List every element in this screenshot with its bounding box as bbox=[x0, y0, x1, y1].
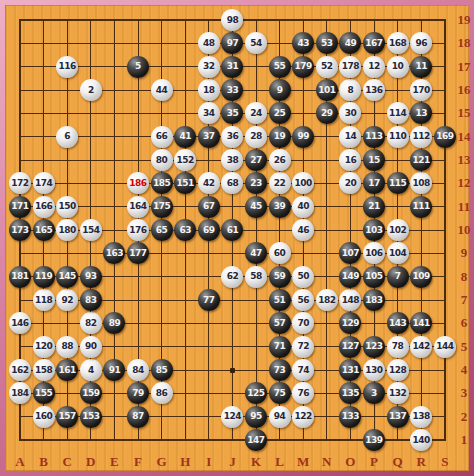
stone-white-B11[interactable]: 166 bbox=[33, 196, 55, 218]
move-number-label: 152 bbox=[177, 156, 194, 165]
stone-white-R12[interactable]: 108 bbox=[410, 172, 432, 194]
stone-black-G4[interactable]: 85 bbox=[151, 359, 173, 381]
col-label-C: C bbox=[58, 454, 76, 470]
stone-white-B4[interactable]: 158 bbox=[33, 359, 55, 381]
stone-white-M3[interactable]: 76 bbox=[292, 382, 314, 404]
stone-white-J14[interactable]: 36 bbox=[221, 126, 243, 148]
stone-black-F9[interactable]: 177 bbox=[127, 242, 149, 264]
stone-white-P17[interactable]: 12 bbox=[363, 56, 385, 78]
row-label-15: 15 bbox=[455, 105, 473, 121]
stone-black-K9[interactable]: 47 bbox=[245, 242, 267, 264]
stone-white-B7[interactable]: 118 bbox=[33, 289, 55, 311]
stone-black-F17[interactable]: 5 bbox=[127, 56, 149, 78]
move-number-label: 160 bbox=[35, 412, 52, 421]
stone-white-Q17[interactable]: 10 bbox=[387, 56, 409, 78]
col-label-O: O bbox=[341, 454, 359, 470]
move-number-label: 74 bbox=[297, 366, 309, 375]
move-number-label: 170 bbox=[413, 86, 430, 95]
move-number-label: 4 bbox=[88, 366, 94, 375]
move-number-label: 144 bbox=[436, 342, 453, 351]
row-label-5: 5 bbox=[455, 339, 473, 355]
move-number-label: 124 bbox=[224, 412, 241, 421]
stone-black-G12[interactable]: 185 bbox=[151, 172, 173, 194]
stone-white-I18[interactable]: 48 bbox=[198, 32, 220, 54]
go-board[interactable]: 2345678910111213141516171819202122232425… bbox=[5, 5, 469, 471]
stone-black-K13[interactable]: 27 bbox=[245, 149, 267, 171]
move-number-label: 115 bbox=[389, 179, 406, 188]
stone-white-K8[interactable]: 58 bbox=[245, 266, 267, 288]
stone-white-J12[interactable]: 68 bbox=[221, 172, 243, 194]
stone-white-J2[interactable]: 124 bbox=[221, 406, 243, 428]
stone-black-F3[interactable]: 79 bbox=[127, 382, 149, 404]
move-number-label: 12 bbox=[368, 62, 380, 71]
move-number-label: 57 bbox=[274, 319, 286, 328]
stone-black-P12[interactable]: 17 bbox=[363, 172, 385, 194]
stone-black-Q12[interactable]: 115 bbox=[387, 172, 409, 194]
move-number-label: 32 bbox=[203, 62, 215, 71]
stone-white-R16[interactable]: 170 bbox=[410, 79, 432, 101]
row-label-11: 11 bbox=[455, 199, 473, 215]
stone-white-J13[interactable]: 38 bbox=[221, 149, 243, 171]
move-number-label: 106 bbox=[365, 249, 382, 258]
move-number-label: 37 bbox=[203, 132, 215, 141]
stone-black-N16[interactable]: 101 bbox=[316, 79, 338, 101]
stone-white-C10[interactable]: 180 bbox=[56, 219, 78, 241]
stone-black-O4[interactable]: 131 bbox=[339, 359, 361, 381]
stone-white-O13[interactable]: 16 bbox=[339, 149, 361, 171]
move-number-label: 5 bbox=[135, 62, 141, 71]
stone-black-M14[interactable]: 99 bbox=[292, 126, 314, 148]
stone-white-D4[interactable]: 4 bbox=[80, 359, 102, 381]
stone-black-P13[interactable]: 15 bbox=[363, 149, 385, 171]
move-number-label: 127 bbox=[342, 342, 359, 351]
stone-white-F11[interactable]: 164 bbox=[127, 196, 149, 218]
stone-white-N17[interactable]: 52 bbox=[316, 56, 338, 78]
stone-white-Q10[interactable]: 102 bbox=[387, 219, 409, 241]
row-label-7: 7 bbox=[455, 292, 473, 308]
stone-white-P16[interactable]: 136 bbox=[363, 79, 385, 101]
move-number-label: 82 bbox=[85, 319, 97, 328]
stone-black-R13[interactable]: 121 bbox=[410, 149, 432, 171]
move-number-label: 130 bbox=[365, 366, 382, 375]
stone-black-P14[interactable]: 113 bbox=[363, 126, 385, 148]
stone-black-O6[interactable]: 129 bbox=[339, 312, 361, 334]
stone-white-I15[interactable]: 34 bbox=[198, 102, 220, 124]
move-number-label: 105 bbox=[365, 272, 382, 281]
move-number-label: 78 bbox=[392, 342, 404, 351]
stone-white-L9[interactable]: 60 bbox=[269, 242, 291, 264]
stone-white-I16[interactable]: 18 bbox=[198, 79, 220, 101]
move-number-label: 18 bbox=[203, 86, 215, 95]
move-number-label: 149 bbox=[342, 272, 359, 281]
move-number-label: 133 bbox=[342, 412, 359, 421]
col-label-H: H bbox=[176, 454, 194, 470]
stone-black-J10[interactable]: 61 bbox=[221, 219, 243, 241]
stone-white-M8[interactable]: 50 bbox=[292, 266, 314, 288]
move-number-label: 29 bbox=[321, 109, 333, 118]
stone-white-O12[interactable]: 20 bbox=[339, 172, 361, 194]
stone-black-I10[interactable]: 69 bbox=[198, 219, 220, 241]
stone-black-P5[interactable]: 123 bbox=[363, 336, 385, 358]
stone-black-A11[interactable]: 171 bbox=[9, 196, 31, 218]
stone-white-Q4[interactable]: 128 bbox=[387, 359, 409, 381]
stone-black-Q2[interactable]: 137 bbox=[387, 406, 409, 428]
stone-white-K14[interactable]: 28 bbox=[245, 126, 267, 148]
stone-black-P10[interactable]: 103 bbox=[363, 219, 385, 241]
stone-black-L7[interactable]: 51 bbox=[269, 289, 291, 311]
stone-white-R1[interactable]: 140 bbox=[410, 429, 432, 451]
move-number-label: 163 bbox=[106, 249, 123, 258]
stone-black-K2[interactable]: 95 bbox=[245, 406, 267, 428]
move-number-label: 141 bbox=[413, 319, 430, 328]
move-number-label: 171 bbox=[11, 202, 28, 211]
stone-black-K1[interactable]: 147 bbox=[245, 429, 267, 451]
move-number-label: 91 bbox=[109, 366, 121, 375]
move-number-label: 9 bbox=[277, 86, 283, 95]
stone-white-O17[interactable]: 178 bbox=[339, 56, 361, 78]
move-number-label: 136 bbox=[365, 86, 382, 95]
move-number-label: 6 bbox=[64, 132, 70, 141]
stone-white-B2[interactable]: 160 bbox=[33, 406, 55, 428]
stone-black-O18[interactable]: 49 bbox=[339, 32, 361, 54]
stone-black-R6[interactable]: 141 bbox=[410, 312, 432, 334]
stone-black-Q6[interactable]: 143 bbox=[387, 312, 409, 334]
stone-white-Q15[interactable]: 114 bbox=[387, 102, 409, 124]
stone-white-G14[interactable]: 66 bbox=[151, 126, 173, 148]
move-number-label: 180 bbox=[59, 226, 76, 235]
row-label-19: 19 bbox=[455, 12, 473, 28]
stone-white-P4[interactable]: 130 bbox=[363, 359, 385, 381]
stone-white-L13[interactable]: 26 bbox=[269, 149, 291, 171]
stone-black-A8[interactable]: 181 bbox=[9, 266, 31, 288]
stone-black-L16[interactable]: 9 bbox=[269, 79, 291, 101]
move-number-label: 33 bbox=[227, 86, 239, 95]
move-number-label: 150 bbox=[59, 202, 76, 211]
stone-white-C17[interactable]: 116 bbox=[56, 56, 78, 78]
stone-white-F10[interactable]: 176 bbox=[127, 219, 149, 241]
move-number-label: 183 bbox=[365, 296, 382, 305]
move-number-label: 100 bbox=[295, 179, 312, 188]
move-number-label: 90 bbox=[85, 342, 97, 351]
stone-white-R14[interactable]: 112 bbox=[410, 126, 432, 148]
star-point-J4 bbox=[230, 368, 235, 373]
stone-white-M6[interactable]: 70 bbox=[292, 312, 314, 334]
stone-white-O16[interactable]: 8 bbox=[339, 79, 361, 101]
row-label-2: 2 bbox=[455, 409, 473, 425]
stone-white-I12[interactable]: 42 bbox=[198, 172, 220, 194]
stone-white-K15[interactable]: 24 bbox=[245, 102, 267, 124]
move-number-label: 15 bbox=[368, 156, 380, 165]
stone-white-M10[interactable]: 46 bbox=[292, 219, 314, 241]
stone-white-K18[interactable]: 54 bbox=[245, 32, 267, 54]
move-number-label: 109 bbox=[413, 272, 430, 281]
stone-white-Q3[interactable]: 132 bbox=[387, 382, 409, 404]
move-number-label: 76 bbox=[297, 389, 309, 398]
stone-black-P11[interactable]: 21 bbox=[363, 196, 385, 218]
stone-white-F12[interactable]: 186 bbox=[127, 172, 149, 194]
stone-black-H14[interactable]: 41 bbox=[174, 126, 196, 148]
move-number-label: 159 bbox=[82, 389, 99, 398]
stone-white-I17[interactable]: 32 bbox=[198, 56, 220, 78]
stone-black-P7[interactable]: 183 bbox=[363, 289, 385, 311]
stone-white-L12[interactable]: 22 bbox=[269, 172, 291, 194]
stone-white-C14[interactable]: 6 bbox=[56, 126, 78, 148]
move-number-label: 155 bbox=[35, 389, 52, 398]
stone-black-R8[interactable]: 109 bbox=[410, 266, 432, 288]
move-number-label: 55 bbox=[274, 62, 286, 71]
stone-white-M11[interactable]: 40 bbox=[292, 196, 314, 218]
stone-black-D3[interactable]: 159 bbox=[80, 382, 102, 404]
col-label-A: A bbox=[11, 454, 29, 470]
move-number-label: 72 bbox=[297, 342, 309, 351]
stone-white-F4[interactable]: 84 bbox=[127, 359, 149, 381]
move-number-label: 185 bbox=[153, 179, 170, 188]
stone-white-M4[interactable]: 74 bbox=[292, 359, 314, 381]
stone-black-D8[interactable]: 93 bbox=[80, 266, 102, 288]
stone-black-M18[interactable]: 43 bbox=[292, 32, 314, 54]
move-number-label: 168 bbox=[389, 39, 406, 48]
move-number-label: 101 bbox=[318, 86, 335, 95]
stone-white-D6[interactable]: 82 bbox=[80, 312, 102, 334]
move-number-label: 35 bbox=[227, 109, 239, 118]
move-number-label: 42 bbox=[203, 179, 215, 188]
move-number-label: 46 bbox=[297, 226, 309, 235]
move-number-label: 70 bbox=[297, 319, 309, 328]
row-label-9: 9 bbox=[455, 245, 473, 261]
move-number-label: 87 bbox=[132, 412, 144, 421]
stone-white-H13[interactable]: 152 bbox=[174, 149, 196, 171]
stone-black-H12[interactable]: 151 bbox=[174, 172, 196, 194]
stone-black-L8[interactable]: 59 bbox=[269, 266, 291, 288]
stone-black-Q8[interactable]: 7 bbox=[387, 266, 409, 288]
stone-white-A6[interactable]: 146 bbox=[9, 312, 31, 334]
move-number-label: 184 bbox=[11, 389, 28, 398]
stone-black-M17[interactable]: 179 bbox=[292, 56, 314, 78]
move-number-label: 132 bbox=[389, 389, 406, 398]
stone-white-M12[interactable]: 100 bbox=[292, 172, 314, 194]
col-label-E: E bbox=[105, 454, 123, 470]
stone-white-D5[interactable]: 90 bbox=[80, 336, 102, 358]
stone-black-G11[interactable]: 175 bbox=[151, 196, 173, 218]
stone-white-G3[interactable]: 86 bbox=[151, 382, 173, 404]
move-number-label: 138 bbox=[413, 412, 430, 421]
stone-black-N18[interactable]: 53 bbox=[316, 32, 338, 54]
stone-white-B5[interactable]: 120 bbox=[33, 336, 55, 358]
stone-black-K11[interactable]: 45 bbox=[245, 196, 267, 218]
stone-white-D16[interactable]: 2 bbox=[80, 79, 102, 101]
move-number-label: 177 bbox=[129, 249, 146, 258]
stone-black-L5[interactable]: 71 bbox=[269, 336, 291, 358]
move-number-label: 62 bbox=[227, 272, 239, 281]
move-number-label: 166 bbox=[35, 202, 52, 211]
stone-white-L2[interactable]: 94 bbox=[269, 406, 291, 428]
stone-black-C2[interactable]: 157 bbox=[56, 406, 78, 428]
move-number-label: 80 bbox=[156, 156, 168, 165]
move-number-label: 30 bbox=[345, 109, 357, 118]
move-number-label: 139 bbox=[365, 436, 382, 445]
stone-white-M2[interactable]: 122 bbox=[292, 406, 314, 428]
stone-black-J15[interactable]: 35 bbox=[221, 102, 243, 124]
stone-white-J19[interactable]: 98 bbox=[221, 9, 243, 31]
move-number-label: 103 bbox=[365, 226, 382, 235]
move-number-label: 131 bbox=[342, 366, 359, 375]
stone-black-B8[interactable]: 119 bbox=[33, 266, 55, 288]
stone-white-R18[interactable]: 96 bbox=[410, 32, 432, 54]
row-label-10: 10 bbox=[455, 222, 473, 238]
stone-black-O3[interactable]: 135 bbox=[339, 382, 361, 404]
row-label-8: 8 bbox=[455, 269, 473, 285]
stone-black-B3[interactable]: 155 bbox=[33, 382, 55, 404]
stone-white-Q14[interactable]: 110 bbox=[387, 126, 409, 148]
move-number-label: 147 bbox=[247, 436, 264, 445]
move-number-label: 83 bbox=[85, 296, 97, 305]
stone-black-J18[interactable]: 97 bbox=[221, 32, 243, 54]
stone-black-P18[interactable]: 167 bbox=[363, 32, 385, 54]
stone-black-K3[interactable]: 125 bbox=[245, 382, 267, 404]
stone-black-I7[interactable]: 77 bbox=[198, 289, 220, 311]
row-label-13: 13 bbox=[455, 152, 473, 168]
row-label-12: 12 bbox=[455, 175, 473, 191]
move-number-label: 39 bbox=[274, 202, 286, 211]
move-number-label: 65 bbox=[156, 226, 168, 235]
stone-black-A10[interactable]: 173 bbox=[9, 219, 31, 241]
stone-white-Q5[interactable]: 78 bbox=[387, 336, 409, 358]
move-number-label: 167 bbox=[365, 39, 382, 48]
stone-white-M7[interactable]: 56 bbox=[292, 289, 314, 311]
stone-black-P8[interactable]: 105 bbox=[363, 266, 385, 288]
move-number-label: 68 bbox=[227, 179, 239, 188]
move-number-label: 107 bbox=[342, 249, 359, 258]
move-number-label: 96 bbox=[415, 39, 427, 48]
stone-black-K12[interactable]: 23 bbox=[245, 172, 267, 194]
move-number-label: 61 bbox=[227, 226, 239, 235]
stone-black-C4[interactable]: 161 bbox=[56, 359, 78, 381]
stone-black-F2[interactable]: 87 bbox=[127, 406, 149, 428]
stone-white-P9[interactable]: 106 bbox=[363, 242, 385, 264]
stone-black-L14[interactable]: 19 bbox=[269, 126, 291, 148]
move-number-label: 169 bbox=[436, 132, 453, 141]
stone-white-D10[interactable]: 154 bbox=[80, 219, 102, 241]
move-number-label: 98 bbox=[227, 16, 239, 25]
stone-white-G16[interactable]: 44 bbox=[151, 79, 173, 101]
stone-black-L6[interactable]: 57 bbox=[269, 312, 291, 334]
stone-white-R2[interactable]: 138 bbox=[410, 406, 432, 428]
stone-black-R15[interactable]: 13 bbox=[410, 102, 432, 124]
stone-white-C11[interactable]: 150 bbox=[56, 196, 78, 218]
stone-black-P1[interactable]: 139 bbox=[363, 429, 385, 451]
stone-black-E4[interactable]: 91 bbox=[103, 359, 125, 381]
stone-black-O2[interactable]: 133 bbox=[339, 406, 361, 428]
col-label-K: K bbox=[247, 454, 265, 470]
move-number-label: 36 bbox=[227, 132, 239, 141]
stone-black-J16[interactable]: 33 bbox=[221, 79, 243, 101]
stone-black-L11[interactable]: 39 bbox=[269, 196, 291, 218]
row-label-14: 14 bbox=[455, 129, 473, 145]
stone-black-R17[interactable]: 11 bbox=[410, 56, 432, 78]
stone-black-L17[interactable]: 55 bbox=[269, 56, 291, 78]
stone-black-E6[interactable]: 89 bbox=[103, 312, 125, 334]
stone-black-L3[interactable]: 75 bbox=[269, 382, 291, 404]
stone-white-S5[interactable]: 144 bbox=[434, 336, 456, 358]
move-number-label: 120 bbox=[35, 342, 52, 351]
stone-white-N7[interactable]: 182 bbox=[316, 289, 338, 311]
stone-black-L4[interactable]: 73 bbox=[269, 359, 291, 381]
stone-white-J8[interactable]: 62 bbox=[221, 266, 243, 288]
stone-black-B10[interactable]: 165 bbox=[33, 219, 55, 241]
col-label-B: B bbox=[35, 454, 53, 470]
move-number-label: 41 bbox=[179, 132, 191, 141]
stone-black-J17[interactable]: 31 bbox=[221, 56, 243, 78]
move-number-label: 40 bbox=[297, 202, 309, 211]
stone-white-O14[interactable]: 14 bbox=[339, 126, 361, 148]
stone-black-H10[interactable]: 63 bbox=[174, 219, 196, 241]
move-number-label: 93 bbox=[85, 272, 97, 281]
stone-black-E9[interactable]: 163 bbox=[103, 242, 125, 264]
stone-black-G10[interactable]: 65 bbox=[151, 219, 173, 241]
move-number-label: 14 bbox=[345, 132, 357, 141]
move-number-label: 123 bbox=[365, 342, 382, 351]
stone-white-G13[interactable]: 80 bbox=[151, 149, 173, 171]
stone-white-Q18[interactable]: 168 bbox=[387, 32, 409, 54]
stone-black-I14[interactable]: 37 bbox=[198, 126, 220, 148]
move-number-label: 186 bbox=[129, 179, 146, 188]
stone-white-C7[interactable]: 92 bbox=[56, 289, 78, 311]
stone-black-N15[interactable]: 29 bbox=[316, 102, 338, 124]
move-number-label: 102 bbox=[389, 226, 406, 235]
stone-black-I11[interactable]: 67 bbox=[198, 196, 220, 218]
stone-black-D7[interactable]: 83 bbox=[80, 289, 102, 311]
col-label-D: D bbox=[82, 454, 100, 470]
move-number-label: 172 bbox=[11, 179, 28, 188]
move-number-label: 88 bbox=[61, 342, 73, 351]
col-label-S: S bbox=[436, 454, 454, 470]
stone-white-B12[interactable]: 174 bbox=[33, 172, 55, 194]
stone-black-O5[interactable]: 127 bbox=[339, 336, 361, 358]
stone-black-L15[interactable]: 25 bbox=[269, 102, 291, 124]
stone-white-A3[interactable]: 184 bbox=[9, 382, 31, 404]
move-number-label: 71 bbox=[274, 342, 286, 351]
stone-black-O9[interactable]: 107 bbox=[339, 242, 361, 264]
move-number-label: 3 bbox=[371, 389, 377, 398]
stone-white-A4[interactable]: 162 bbox=[9, 359, 31, 381]
move-number-label: 28 bbox=[250, 132, 262, 141]
stone-black-O8[interactable]: 149 bbox=[339, 266, 361, 288]
move-number-label: 112 bbox=[413, 132, 430, 141]
stone-white-O7[interactable]: 148 bbox=[339, 289, 361, 311]
stone-black-D2[interactable]: 153 bbox=[80, 406, 102, 428]
move-number-label: 8 bbox=[348, 86, 354, 95]
col-label-R: R bbox=[412, 454, 430, 470]
stone-white-R5[interactable]: 142 bbox=[410, 336, 432, 358]
stone-black-C8[interactable]: 145 bbox=[56, 266, 78, 288]
col-label-I: I bbox=[200, 454, 218, 470]
move-number-label: 97 bbox=[227, 39, 239, 48]
stone-white-A12[interactable]: 172 bbox=[9, 172, 31, 194]
stone-white-M5[interactable]: 72 bbox=[292, 336, 314, 358]
stone-white-C5[interactable]: 88 bbox=[56, 336, 78, 358]
stone-black-R11[interactable]: 111 bbox=[410, 196, 432, 218]
stone-black-P3[interactable]: 3 bbox=[363, 382, 385, 404]
move-number-label: 53 bbox=[321, 39, 333, 48]
col-label-N: N bbox=[318, 454, 336, 470]
stone-white-O15[interactable]: 30 bbox=[339, 102, 361, 124]
stone-white-Q9[interactable]: 104 bbox=[387, 242, 409, 264]
stone-black-S14[interactable]: 169 bbox=[434, 126, 456, 148]
row-label-3: 3 bbox=[455, 385, 473, 401]
move-number-label: 79 bbox=[132, 389, 144, 398]
move-number-label: 69 bbox=[203, 226, 215, 235]
grid-line-vertical bbox=[256, 19, 257, 441]
